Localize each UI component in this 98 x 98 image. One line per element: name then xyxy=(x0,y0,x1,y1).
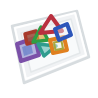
scene-svg xyxy=(0,0,98,98)
photo-scene xyxy=(0,0,98,98)
blue-square-tile xyxy=(55,24,71,40)
